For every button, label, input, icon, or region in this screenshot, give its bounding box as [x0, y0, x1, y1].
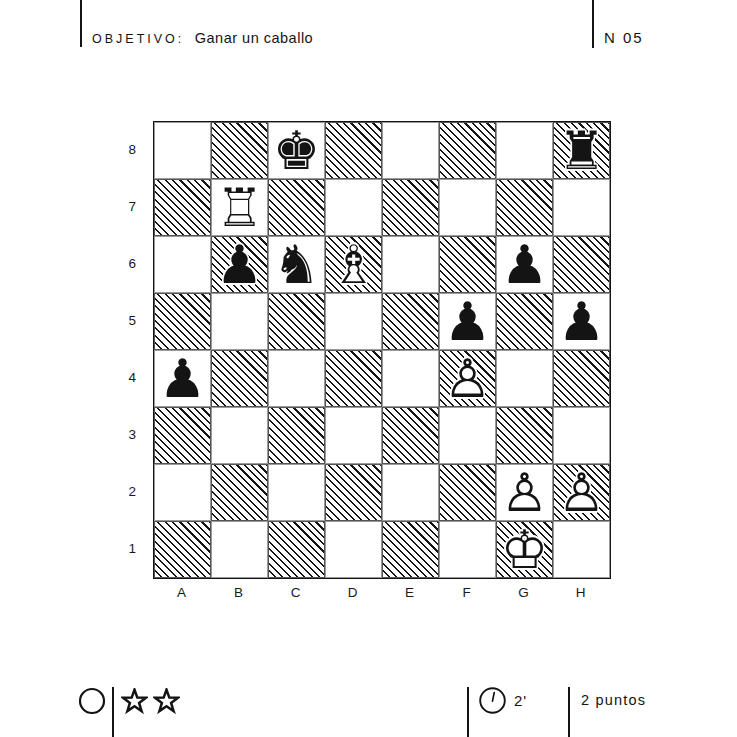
- rank-labels: 87654321: [102, 121, 142, 577]
- difficulty-stars: [121, 688, 180, 715]
- square-a4[interactable]: ♟: [154, 350, 211, 407]
- square-h8[interactable]: ♜: [553, 122, 610, 179]
- square-d7[interactable]: [325, 179, 382, 236]
- rank-label-4: 4: [102, 349, 142, 406]
- square-e3[interactable]: [382, 407, 439, 464]
- square-b3[interactable]: [211, 407, 268, 464]
- square-e5[interactable]: [382, 293, 439, 350]
- square-b4[interactable]: [211, 350, 268, 407]
- square-a3[interactable]: [154, 407, 211, 464]
- square-a6[interactable]: [154, 236, 211, 293]
- rank-label-7: 7: [102, 178, 142, 235]
- black-knight[interactable]: ♞: [273, 238, 321, 291]
- square-b7[interactable]: ♜♖: [211, 179, 268, 236]
- file-label-c: C: [267, 583, 324, 603]
- black-rook[interactable]: ♜: [558, 124, 606, 177]
- square-a7[interactable]: [154, 179, 211, 236]
- black-pawn[interactable]: ♟: [444, 295, 492, 348]
- square-d8[interactable]: [325, 122, 382, 179]
- square-c8[interactable]: ♚: [268, 122, 325, 179]
- file-label-g: G: [495, 583, 552, 603]
- square-c6[interactable]: ♞: [268, 236, 325, 293]
- file-label-d: D: [324, 583, 381, 603]
- black-pawn[interactable]: ♟: [558, 295, 606, 348]
- star-icon: [153, 688, 180, 715]
- square-a1[interactable]: [154, 521, 211, 578]
- header-left-rule: [80, 0, 82, 47]
- square-h5[interactable]: ♟: [553, 293, 610, 350]
- square-f4[interactable]: ♟♙: [439, 350, 496, 407]
- square-b8[interactable]: [211, 122, 268, 179]
- footer-divider: [568, 687, 570, 737]
- square-e6[interactable]: [382, 236, 439, 293]
- puzzle-objective: OBJETIVO: Ganar un caballo: [92, 29, 313, 47]
- square-e2[interactable]: [382, 464, 439, 521]
- header-right-rule: [592, 0, 594, 48]
- square-f3[interactable]: [439, 407, 496, 464]
- file-label-a: A: [153, 583, 210, 603]
- white-king[interactable]: ♚♔: [501, 523, 549, 576]
- square-d1[interactable]: [325, 521, 382, 578]
- white-bishop[interactable]: ♝♗: [330, 238, 378, 291]
- file-label-b: B: [210, 583, 267, 603]
- file-label-e: E: [381, 583, 438, 603]
- white-to-move-circle-icon: [78, 687, 106, 715]
- file-labels: ABCDEFGH: [153, 583, 609, 603]
- square-f5[interactable]: ♟: [439, 293, 496, 350]
- file-label-h: H: [552, 583, 609, 603]
- objective-text: Ganar un caballo: [195, 30, 313, 46]
- square-a2[interactable]: [154, 464, 211, 521]
- square-a5[interactable]: [154, 293, 211, 350]
- square-g2[interactable]: ♟♙: [496, 464, 553, 521]
- square-g3[interactable]: [496, 407, 553, 464]
- time-limit: 2': [514, 692, 527, 709]
- square-g8[interactable]: [496, 122, 553, 179]
- points-label: 2 puntos: [581, 692, 646, 708]
- square-g6[interactable]: ♟: [496, 236, 553, 293]
- square-c5[interactable]: [268, 293, 325, 350]
- square-c2[interactable]: [268, 464, 325, 521]
- square-e7[interactable]: [382, 179, 439, 236]
- rank-label-8: 8: [102, 121, 142, 178]
- square-h4[interactable]: [553, 350, 610, 407]
- chess-board: ♚♜♜♖♟♞♝♗♟♟♟♟♟♙♟♙♟♙♚♔: [153, 121, 611, 579]
- square-b5[interactable]: [211, 293, 268, 350]
- square-c7[interactable]: [268, 179, 325, 236]
- white-pawn[interactable]: ♟♙: [444, 352, 492, 405]
- square-g7[interactable]: [496, 179, 553, 236]
- square-f2[interactable]: [439, 464, 496, 521]
- square-h1[interactable]: [553, 521, 610, 578]
- puzzle-number: N 05: [604, 29, 644, 46]
- rank-label-5: 5: [102, 292, 142, 349]
- square-f6[interactable]: [439, 236, 496, 293]
- square-g5[interactable]: [496, 293, 553, 350]
- rank-label-3: 3: [102, 406, 142, 463]
- rank-label-1: 1: [102, 520, 142, 577]
- square-c1[interactable]: [268, 521, 325, 578]
- white-pawn[interactable]: ♟♙: [501, 466, 549, 519]
- square-d4[interactable]: [325, 350, 382, 407]
- square-g4[interactable]: [496, 350, 553, 407]
- clock-icon: [478, 686, 507, 715]
- square-h2[interactable]: ♟♙: [553, 464, 610, 521]
- square-f7[interactable]: [439, 179, 496, 236]
- square-d6[interactable]: ♝♗: [325, 236, 382, 293]
- footer-divider: [467, 687, 469, 737]
- square-e8[interactable]: [382, 122, 439, 179]
- black-pawn[interactable]: ♟: [501, 238, 549, 291]
- square-f8[interactable]: [439, 122, 496, 179]
- star-icon: [121, 688, 148, 715]
- puzzle-page: OBJETIVO: Ganar un caballo N 05 87654321…: [0, 0, 737, 737]
- square-e4[interactable]: [382, 350, 439, 407]
- square-d2[interactable]: [325, 464, 382, 521]
- square-a8[interactable]: [154, 122, 211, 179]
- square-b2[interactable]: [211, 464, 268, 521]
- rank-label-2: 2: [102, 463, 142, 520]
- square-d5[interactable]: [325, 293, 382, 350]
- file-label-f: F: [438, 583, 495, 603]
- square-f1[interactable]: [439, 521, 496, 578]
- square-h6[interactable]: [553, 236, 610, 293]
- square-d3[interactable]: [325, 407, 382, 464]
- black-pawn[interactable]: ♟: [216, 238, 264, 291]
- rank-label-6: 6: [102, 235, 142, 292]
- square-b1[interactable]: [211, 521, 268, 578]
- square-b6[interactable]: ♟: [211, 236, 268, 293]
- square-h3[interactable]: [553, 407, 610, 464]
- black-king[interactable]: ♚: [273, 124, 321, 177]
- white-rook[interactable]: ♜♖: [216, 181, 264, 234]
- square-e1[interactable]: [382, 521, 439, 578]
- square-g1[interactable]: ♚♔: [496, 521, 553, 578]
- white-pawn[interactable]: ♟♙: [558, 466, 606, 519]
- square-c3[interactable]: [268, 407, 325, 464]
- square-h7[interactable]: [553, 179, 610, 236]
- square-c4[interactable]: [268, 350, 325, 407]
- black-pawn[interactable]: ♟: [159, 352, 207, 405]
- footer-divider: [112, 687, 114, 737]
- objective-label: OBJETIVO:: [92, 32, 184, 46]
